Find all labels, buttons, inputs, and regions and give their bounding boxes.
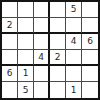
cell-r1c4-empty[interactable] — [50, 2, 66, 18]
cell-r4c2-empty[interactable] — [18, 50, 34, 66]
cell-r1c5-given[interactable]: 5 — [66, 2, 82, 18]
cell-r1c3-empty[interactable] — [34, 2, 50, 18]
sudoku-board: 5246426151 — [0, 0, 100, 100]
cell-r5c6-empty[interactable] — [82, 66, 98, 82]
cell-r3c1-empty[interactable] — [2, 34, 18, 50]
cell-r5c4-empty[interactable] — [50, 66, 66, 82]
cell-r3c2-empty[interactable] — [18, 34, 34, 50]
cell-r3c4-empty[interactable] — [50, 34, 66, 50]
cell-r2c5-empty[interactable] — [66, 18, 82, 34]
cell-r3c3-empty[interactable] — [34, 34, 50, 50]
cell-r4c4-given[interactable]: 2 — [50, 50, 66, 66]
cell-r1c1-empty[interactable] — [2, 2, 18, 18]
cell-r4c6-empty[interactable] — [82, 50, 98, 66]
cell-r5c1-given[interactable]: 6 — [2, 66, 18, 82]
cell-r2c1-given[interactable]: 2 — [2, 18, 18, 34]
cell-r5c3-empty[interactable] — [34, 66, 50, 82]
cell-r4c3-given[interactable]: 4 — [34, 50, 50, 66]
cell-r4c5-empty[interactable] — [66, 50, 82, 66]
cell-r6c2-given[interactable]: 5 — [18, 82, 34, 98]
cell-r3c6-given[interactable]: 6 — [82, 34, 98, 50]
cell-r6c4-empty[interactable] — [50, 82, 66, 98]
cell-r5c5-empty[interactable] — [66, 66, 82, 82]
cell-r6c5-given[interactable]: 1 — [66, 82, 82, 98]
cell-r6c1-empty[interactable] — [2, 82, 18, 98]
cell-r1c2-empty[interactable] — [18, 2, 34, 18]
cell-r6c3-empty[interactable] — [34, 82, 50, 98]
cell-r2c2-empty[interactable] — [18, 18, 34, 34]
cell-r4c1-empty[interactable] — [2, 50, 18, 66]
cell-r6c6-empty[interactable] — [82, 82, 98, 98]
cell-r5c2-given[interactable]: 1 — [18, 66, 34, 82]
cell-r2c6-empty[interactable] — [82, 18, 98, 34]
cell-r2c4-empty[interactable] — [50, 18, 66, 34]
cell-r3c5-given[interactable]: 4 — [66, 34, 82, 50]
cell-r1c6-empty[interactable] — [82, 2, 98, 18]
cell-r2c3-empty[interactable] — [34, 18, 50, 34]
